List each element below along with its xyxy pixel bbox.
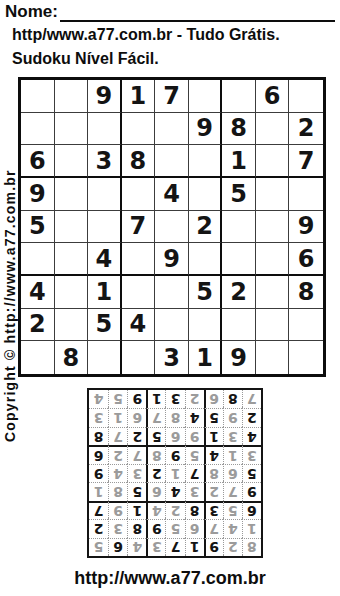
puzzle-cell: 6: [256, 80, 290, 113]
solution-cell: 4: [223, 519, 242, 537]
footer-url: http://www.a77.com.br: [0, 568, 340, 589]
puzzle-cell: 3: [155, 341, 189, 374]
puzzle-cell: 6: [289, 243, 323, 276]
puzzle-cell[interactable]: [222, 211, 256, 244]
puzzle-cell[interactable]: [88, 178, 122, 211]
solution-cell: 4: [165, 482, 184, 500]
solution-cell: 8: [223, 390, 242, 408]
puzzle-cell: 5: [88, 309, 122, 342]
name-fill-line[interactable]: [60, 2, 335, 22]
solution-cell: 3: [165, 390, 184, 408]
solution-cell: 9: [185, 427, 204, 445]
puzzle-cell: 2: [222, 276, 256, 309]
solution-cell: 9: [204, 538, 223, 556]
puzzle-cell[interactable]: [55, 243, 89, 276]
solution-cell: 7: [89, 501, 108, 519]
solution-cell: 6: [185, 519, 204, 537]
puzzle-cell[interactable]: [189, 309, 223, 342]
puzzle-cell: 2: [289, 113, 323, 146]
solution-cell: 3: [223, 427, 242, 445]
puzzle-cell[interactable]: [55, 145, 89, 178]
solution-cell: 8: [204, 464, 223, 482]
puzzle-cell[interactable]: [21, 341, 55, 374]
solution-cell: 5: [165, 519, 184, 537]
puzzle-cell: 2: [189, 211, 223, 244]
puzzle-cell: 2: [21, 309, 55, 342]
solution-cell: 4: [127, 538, 146, 556]
puzzle-cell: 6: [21, 145, 55, 178]
solution-cell: 1: [89, 482, 108, 500]
solution-cell: 4: [204, 445, 223, 463]
puzzle-cell[interactable]: [55, 80, 89, 113]
solution-cell: 8: [185, 501, 204, 519]
solution-cell: 7: [204, 519, 223, 537]
puzzle-cell: 7: [289, 145, 323, 178]
solution-cell: 7: [165, 538, 184, 556]
puzzle-cell[interactable]: [55, 276, 89, 309]
name-row: Nome:: [5, 2, 335, 22]
solution-cell: 2: [108, 445, 127, 463]
puzzle-cell[interactable]: [21, 113, 55, 146]
solution-cell: 6: [165, 427, 184, 445]
solution-cell: 6: [223, 464, 242, 482]
solution-grid: 8291734651476598326538241979723465815687…: [87, 388, 263, 558]
solution-cell: 6: [127, 408, 146, 426]
puzzle-cell: 9: [21, 178, 55, 211]
puzzle-cell[interactable]: [289, 309, 323, 342]
solution-cell: 3: [89, 408, 108, 426]
solution-cell: 8: [165, 408, 184, 426]
puzzle-cell[interactable]: [289, 341, 323, 374]
solution-cell: 4: [185, 408, 204, 426]
solution-cell: 6: [146, 482, 165, 500]
puzzle-cell[interactable]: [256, 211, 290, 244]
puzzle-cell[interactable]: [189, 145, 223, 178]
solution-cell: 1: [242, 519, 261, 537]
puzzle-cell[interactable]: [189, 178, 223, 211]
puzzle-cell: 9: [222, 341, 256, 374]
solution-cell: 5: [223, 501, 242, 519]
solution-cell: 2: [242, 408, 261, 426]
worksheet-page: Nome: http/www.a77.com.br - Tudo Grátis.…: [0, 0, 340, 596]
puzzle-cell: 9: [155, 243, 189, 276]
puzzle-cell[interactable]: [256, 243, 290, 276]
puzzle-cell[interactable]: [155, 309, 189, 342]
puzzle-cell[interactable]: [289, 80, 323, 113]
puzzle-cell[interactable]: [55, 211, 89, 244]
solution-cell: 2: [223, 538, 242, 556]
solution-cell: 4: [108, 464, 127, 482]
solution-cell: 1: [204, 427, 223, 445]
puzzle-cell: 8: [222, 113, 256, 146]
solution-cell: 9: [146, 519, 165, 537]
solution-cell: 6: [204, 390, 223, 408]
puzzle-cell[interactable]: [189, 80, 223, 113]
solution-cell: 5: [146, 427, 165, 445]
solution-cell: 3: [127, 464, 146, 482]
puzzle-level-title: Sudoku Nível Fácil.: [12, 50, 159, 68]
solution-cell: 7: [185, 464, 204, 482]
puzzle-cell[interactable]: [155, 211, 189, 244]
solution-cell: 9: [165, 445, 184, 463]
puzzle-cell: 4: [21, 276, 55, 309]
puzzle-cell: 5: [21, 211, 55, 244]
puzzle-cell: 7: [155, 80, 189, 113]
solution-cell: 7: [108, 427, 127, 445]
puzzle-cell[interactable]: [88, 113, 122, 146]
solution-cell: 2: [204, 482, 223, 500]
solution-cell: 9: [108, 501, 127, 519]
puzzle-grid: 9176982638179455729496415282548319: [18, 77, 326, 377]
solution-cell: 4: [89, 390, 108, 408]
solution-cell: 5: [108, 390, 127, 408]
site-tagline: http/www.a77.com.br - Tudo Grátis.: [12, 26, 280, 44]
puzzle-cell: 5: [222, 178, 256, 211]
solution-cell: 2: [185, 390, 204, 408]
puzzle-cell: 9: [289, 211, 323, 244]
puzzle-cell[interactable]: [189, 243, 223, 276]
solution-cell: 7: [146, 408, 165, 426]
solution-cell: 5: [242, 464, 261, 482]
solution-cell: 7: [127, 445, 146, 463]
puzzle-cell: 9: [189, 113, 223, 146]
name-label: Nome:: [5, 2, 58, 22]
solution-cell: 9: [223, 408, 242, 426]
puzzle-cell[interactable]: [21, 243, 55, 276]
puzzle-cell: 3: [88, 145, 122, 178]
solution-cell: 7: [242, 390, 261, 408]
solution-cell: 3: [242, 445, 261, 463]
solution-cell: 1: [108, 408, 127, 426]
solution-cell: 1: [223, 445, 242, 463]
solution-cell: 7: [223, 482, 242, 500]
solution-cell: 2: [127, 427, 146, 445]
puzzle-cell[interactable]: [222, 80, 256, 113]
puzzle-cell[interactable]: [256, 276, 290, 309]
solution-cell: 6: [242, 501, 261, 519]
solution-cell: 2: [146, 464, 165, 482]
puzzle-cell[interactable]: [155, 276, 189, 309]
puzzle-cell[interactable]: [55, 113, 89, 146]
solution-cell: 6: [108, 538, 127, 556]
puzzle-cell[interactable]: [222, 243, 256, 276]
puzzle-cell: 1: [222, 145, 256, 178]
solution-cell: 5: [89, 538, 108, 556]
puzzle-cell[interactable]: [55, 178, 89, 211]
copyright-vertical-text: Copyright © http://www.a77.com.br: [2, 169, 18, 442]
solution-cell: 8: [127, 519, 146, 537]
puzzle-cell[interactable]: [88, 341, 122, 374]
solution-cell: 8: [146, 445, 165, 463]
puzzle-cell: 9: [88, 80, 122, 113]
solution-cell: 1: [185, 538, 204, 556]
puzzle-cell[interactable]: [256, 309, 290, 342]
puzzle-cell: 8: [122, 145, 156, 178]
puzzle-cell[interactable]: [256, 178, 290, 211]
puzzle-cell: 4: [122, 309, 156, 342]
puzzle-cell: 7: [122, 211, 156, 244]
puzzle-cell[interactable]: [122, 276, 156, 309]
puzzle-cell[interactable]: [256, 341, 290, 374]
solution-cell: 4: [242, 427, 261, 445]
puzzle-cell: 1: [88, 276, 122, 309]
puzzle-cell: 5: [189, 276, 223, 309]
solution-cell: 2: [89, 519, 108, 537]
puzzle-cell: 8: [289, 276, 323, 309]
puzzle-cell[interactable]: [155, 113, 189, 146]
puzzle-cell[interactable]: [21, 80, 55, 113]
puzzle-cell: 1: [122, 80, 156, 113]
solution-cell: 9: [242, 482, 261, 500]
solution-cell: 1: [146, 390, 165, 408]
puzzle-cell: 8: [55, 341, 89, 374]
puzzle-cell[interactable]: [256, 113, 290, 146]
puzzle-cell: 4: [155, 178, 189, 211]
puzzle-cell[interactable]: [88, 211, 122, 244]
solution-cell: 9: [127, 390, 146, 408]
solution-cell: 2: [165, 501, 184, 519]
solution-cell: 4: [146, 501, 165, 519]
solution-cell: 8: [89, 427, 108, 445]
solution-cell: 5: [204, 408, 223, 426]
solution-cell: 1: [165, 464, 184, 482]
puzzle-cell[interactable]: [122, 113, 156, 146]
solution-cell: 6: [89, 445, 108, 463]
puzzle-cell[interactable]: [122, 243, 156, 276]
solution-cell: 5: [185, 445, 204, 463]
solution-cell: 8: [108, 482, 127, 500]
puzzle-cell[interactable]: [155, 145, 189, 178]
solution-cell: 8: [242, 538, 261, 556]
solution-cell: 3: [146, 538, 165, 556]
solution-cell: 9: [89, 464, 108, 482]
solution-cell: 3: [108, 519, 127, 537]
puzzle-cell: 4: [88, 243, 122, 276]
puzzle-cell[interactable]: [289, 178, 323, 211]
puzzle-cell: 1: [189, 341, 223, 374]
puzzle-cell[interactable]: [256, 145, 290, 178]
solution-cell: 1: [127, 501, 146, 519]
puzzle-cell[interactable]: [222, 309, 256, 342]
puzzle-cell[interactable]: [122, 178, 156, 211]
solution-cell: 3: [185, 482, 204, 500]
solution-cell: 5: [127, 482, 146, 500]
solution-cell: 3: [204, 501, 223, 519]
puzzle-cell[interactable]: [55, 309, 89, 342]
puzzle-cell[interactable]: [122, 341, 156, 374]
